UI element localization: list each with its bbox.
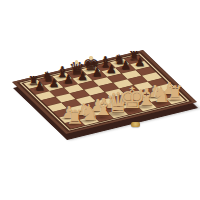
light-wood-finial [75,60,79,64]
light-wood-finial [89,56,93,60]
brass-latch [131,122,140,127]
chess-set-photo: ♜♞♝♛♚♝♞♜♟♟♟♟♟♟♟♟♟♟♟♟♟♟♟♟♜♞♝♛♚♝♞♜ [0,0,200,200]
chess-board [12,50,197,134]
